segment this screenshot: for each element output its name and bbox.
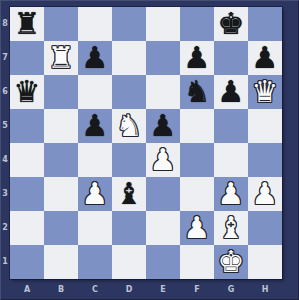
square-g8[interactable]: ♚ bbox=[214, 7, 248, 41]
square-f5[interactable] bbox=[180, 109, 214, 143]
black-pawn-e5: ♟ bbox=[150, 109, 177, 143]
file-label-e: E bbox=[146, 281, 180, 299]
square-a6[interactable]: ♛ bbox=[10, 75, 44, 109]
square-g1[interactable]: ♚ bbox=[214, 245, 248, 279]
square-c3[interactable]: ♟ bbox=[78, 177, 112, 211]
square-d1[interactable] bbox=[112, 245, 146, 279]
white-king-g1: ♚ bbox=[218, 245, 245, 279]
rank-label-6: 6 bbox=[0, 75, 10, 109]
black-king-g8: ♚ bbox=[218, 7, 245, 41]
white-queen-h6: ♛ bbox=[252, 75, 279, 109]
black-pawn-h7: ♟ bbox=[252, 41, 279, 75]
square-g4[interactable] bbox=[214, 143, 248, 177]
square-c1[interactable] bbox=[78, 245, 112, 279]
square-a8[interactable]: ♜ bbox=[10, 7, 44, 41]
black-queen-a6: ♛ bbox=[14, 75, 41, 109]
square-g5[interactable] bbox=[214, 109, 248, 143]
white-rook-b7: ♜ bbox=[48, 41, 75, 75]
square-h4[interactable] bbox=[248, 143, 282, 177]
square-e5[interactable]: ♟ bbox=[146, 109, 180, 143]
rank-label-5: 5 bbox=[0, 109, 10, 143]
file-label-b: B bbox=[44, 281, 78, 299]
square-h7[interactable]: ♟ bbox=[248, 41, 282, 75]
square-f1[interactable] bbox=[180, 245, 214, 279]
square-d6[interactable] bbox=[112, 75, 146, 109]
square-d4[interactable] bbox=[112, 143, 146, 177]
square-d2[interactable] bbox=[112, 211, 146, 245]
square-g7[interactable] bbox=[214, 41, 248, 75]
square-e1[interactable] bbox=[146, 245, 180, 279]
square-h5[interactable] bbox=[248, 109, 282, 143]
square-e4[interactable]: ♟ bbox=[146, 143, 180, 177]
white-knight-d5: ♞ bbox=[116, 109, 143, 143]
black-pawn-c7: ♟ bbox=[82, 41, 109, 75]
square-c2[interactable] bbox=[78, 211, 112, 245]
square-g2[interactable]: ♝ bbox=[214, 211, 248, 245]
square-b4[interactable] bbox=[44, 143, 78, 177]
square-c8[interactable] bbox=[78, 7, 112, 41]
square-a1[interactable] bbox=[10, 245, 44, 279]
square-b3[interactable] bbox=[44, 177, 78, 211]
square-c4[interactable] bbox=[78, 143, 112, 177]
square-d8[interactable] bbox=[112, 7, 146, 41]
square-a2[interactable] bbox=[10, 211, 44, 245]
white-pawn-g3: ♟ bbox=[218, 177, 245, 211]
square-f2[interactable]: ♟ bbox=[180, 211, 214, 245]
square-f7[interactable]: ♟ bbox=[180, 41, 214, 75]
square-e7[interactable] bbox=[146, 41, 180, 75]
square-a4[interactable] bbox=[10, 143, 44, 177]
square-f3[interactable] bbox=[180, 177, 214, 211]
square-b2[interactable] bbox=[44, 211, 78, 245]
white-pawn-f2: ♟ bbox=[184, 211, 211, 245]
square-c5[interactable]: ♟ bbox=[78, 109, 112, 143]
square-h2[interactable] bbox=[248, 211, 282, 245]
square-e3[interactable] bbox=[146, 177, 180, 211]
black-rook-a8: ♜ bbox=[14, 7, 41, 41]
square-a3[interactable] bbox=[10, 177, 44, 211]
white-pawn-e4: ♟ bbox=[150, 143, 177, 177]
file-label-a: A bbox=[10, 281, 44, 299]
square-e8[interactable] bbox=[146, 7, 180, 41]
white-pawn-c3: ♟ bbox=[82, 177, 109, 211]
square-e6[interactable] bbox=[146, 75, 180, 109]
square-c7[interactable]: ♟ bbox=[78, 41, 112, 75]
file-label-h: H bbox=[248, 281, 282, 299]
square-b6[interactable] bbox=[44, 75, 78, 109]
square-g3[interactable]: ♟ bbox=[214, 177, 248, 211]
file-label-c: C bbox=[78, 281, 112, 299]
rank-label-2: 2 bbox=[0, 211, 10, 245]
white-pawn-h3: ♟ bbox=[252, 177, 279, 211]
rank-label-7: 7 bbox=[0, 41, 10, 75]
square-f4[interactable] bbox=[180, 143, 214, 177]
square-b1[interactable] bbox=[44, 245, 78, 279]
square-c6[interactable] bbox=[78, 75, 112, 109]
black-pawn-c5: ♟ bbox=[82, 109, 109, 143]
square-h6[interactable]: ♛ bbox=[248, 75, 282, 109]
square-b5[interactable] bbox=[44, 109, 78, 143]
file-label-d: D bbox=[112, 281, 146, 299]
black-knight-f6: ♞ bbox=[184, 75, 211, 109]
square-d5[interactable]: ♞ bbox=[112, 109, 146, 143]
square-b7[interactable]: ♜ bbox=[44, 41, 78, 75]
square-f6[interactable]: ♞ bbox=[180, 75, 214, 109]
square-g6[interactable]: ♟ bbox=[214, 75, 248, 109]
rank-label-4: 4 bbox=[0, 143, 10, 177]
square-h8[interactable] bbox=[248, 7, 282, 41]
file-label-g: G bbox=[214, 281, 248, 299]
square-a5[interactable] bbox=[10, 109, 44, 143]
square-h3[interactable]: ♟ bbox=[248, 177, 282, 211]
chess-board: ♜♚♜♟♟♟♛♞♟♛♟♞♟♟♟♝♟♟♟♝♚ bbox=[10, 7, 282, 279]
rank-label-3: 3 bbox=[0, 177, 10, 211]
square-h1[interactable] bbox=[248, 245, 282, 279]
square-f8[interactable] bbox=[180, 7, 214, 41]
chess-diagram: ♜♚♜♟♟♟♛♞♟♛♟♞♟♟♟♝♟♟♟♝♚ 87654321 ABCDEFGH bbox=[0, 0, 299, 300]
white-bishop-g2: ♝ bbox=[218, 211, 245, 245]
black-bishop-d3: ♝ bbox=[116, 177, 143, 211]
square-d3[interactable]: ♝ bbox=[112, 177, 146, 211]
square-b8[interactable] bbox=[44, 7, 78, 41]
square-d7[interactable] bbox=[112, 41, 146, 75]
black-pawn-f7: ♟ bbox=[184, 41, 211, 75]
square-e2[interactable] bbox=[146, 211, 180, 245]
square-a7[interactable] bbox=[10, 41, 44, 75]
rank-label-1: 1 bbox=[0, 245, 10, 279]
black-pawn-g6: ♟ bbox=[218, 75, 245, 109]
file-label-f: F bbox=[180, 281, 214, 299]
rank-label-8: 8 bbox=[0, 7, 10, 41]
